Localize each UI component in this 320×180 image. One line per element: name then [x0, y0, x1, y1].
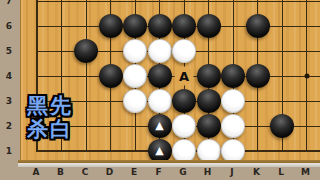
row-label-7: 7: [6, 0, 12, 6]
stone-white-G2[interactable]: [172, 114, 196, 138]
stone-black-L2[interactable]: [270, 114, 294, 138]
caption-line-1: 黑先: [27, 95, 73, 118]
stone-black-F4[interactable]: [148, 64, 172, 88]
stone-black-J4[interactable]: [221, 64, 245, 88]
stone-black-K6[interactable]: [246, 14, 270, 38]
stone-black-H3[interactable]: [197, 89, 221, 113]
stone-white-E4[interactable]: [123, 64, 147, 88]
col-label-K: K: [253, 167, 260, 177]
grid-line-row-7: [36, 1, 320, 2]
caption-line-2: 杀白: [27, 118, 73, 141]
row-label-4: 4: [6, 71, 12, 81]
col-label-B: B: [57, 167, 64, 177]
row-label-2: 2: [6, 121, 12, 131]
stone-black-G3[interactable]: [172, 89, 196, 113]
stone-black-H4[interactable]: [197, 64, 221, 88]
stone-black-K4[interactable]: [246, 64, 270, 88]
stone-black-C5[interactable]: [74, 39, 98, 63]
stone-black-H2[interactable]: [197, 114, 221, 138]
col-label-J: J: [230, 167, 233, 177]
stone-black-H6[interactable]: [197, 14, 221, 38]
col-label-A: A: [33, 167, 40, 177]
col-label-L: L: [278, 167, 284, 177]
stone-black-G6[interactable]: [172, 14, 196, 38]
row-label-1: 1: [6, 146, 12, 156]
col-label-C: C: [82, 167, 89, 177]
col-label-H: H: [204, 167, 212, 177]
col-label-G: G: [179, 167, 186, 177]
star-point-M4: [304, 74, 309, 79]
problem-caption: 黑先 杀白: [27, 95, 73, 141]
stone-white-F3[interactable]: [148, 89, 172, 113]
stone-black-E6[interactable]: [123, 14, 147, 38]
col-label-M: M: [301, 167, 310, 177]
stone-black-F2[interactable]: ▲: [148, 114, 172, 138]
row-label-3: 3: [6, 96, 12, 106]
col-label-F: F: [155, 167, 161, 177]
stone-white-J2[interactable]: [221, 114, 245, 138]
stone-white-J3[interactable]: [221, 89, 245, 113]
stone-black-D6[interactable]: [99, 14, 123, 38]
stone-black-F6[interactable]: [148, 14, 172, 38]
go-problem-screen: ▲▲A 黑先 杀白 7654321ABCDEFGHJKLM: [0, 0, 320, 180]
triangle-mark-icon: ▲: [155, 120, 163, 131]
point-label-A[interactable]: A: [175, 67, 194, 86]
col-label-D: D: [106, 167, 113, 177]
stone-white-F5[interactable]: [148, 39, 172, 63]
triangle-mark-icon: ▲: [155, 145, 163, 156]
col-label-E: E: [131, 167, 137, 177]
stone-white-E3[interactable]: [123, 89, 147, 113]
row-label-5: 5: [6, 46, 12, 56]
stone-black-D4[interactable]: [99, 64, 123, 88]
stone-white-G5[interactable]: [172, 39, 196, 63]
row-label-6: 6: [6, 21, 12, 31]
stone-white-E5[interactable]: [123, 39, 147, 63]
